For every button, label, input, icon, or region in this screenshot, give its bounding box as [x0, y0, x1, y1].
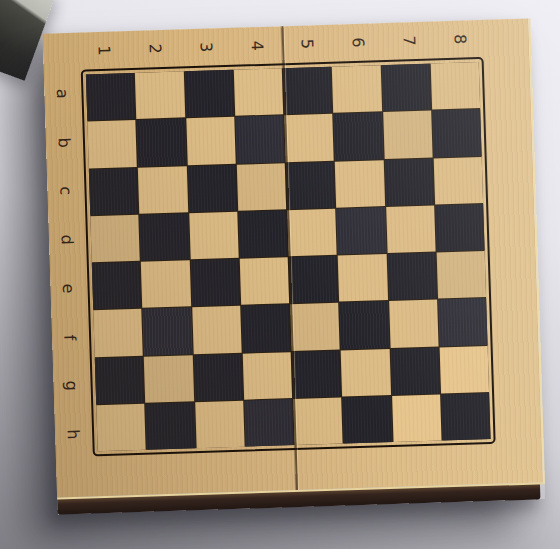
square-f8: [438, 298, 488, 346]
square-b6: [333, 112, 383, 160]
square-b8: [432, 109, 482, 157]
square-d2: [140, 213, 190, 261]
rank-label-2: 2: [130, 38, 181, 59]
square-c1: [89, 167, 139, 215]
chessboard-face: 12345678 abcdefgh: [43, 18, 545, 499]
square-d7: [386, 205, 436, 253]
square-d4: [238, 210, 288, 258]
square-b3: [186, 117, 236, 165]
square-h4: [244, 399, 294, 447]
rank-label-text: 1: [95, 44, 114, 55]
square-h7: [392, 394, 442, 442]
file-label-d: d: [48, 215, 86, 265]
square-g3: [193, 353, 243, 401]
square-c7: [384, 158, 434, 206]
file-label-text: g: [62, 381, 81, 392]
rank-label-7: 7: [383, 30, 434, 51]
chessboard: 12345678 abcdefgh: [43, 18, 546, 514]
rank-label-text: 4: [247, 40, 266, 51]
square-h1: [96, 404, 146, 452]
square-h2: [145, 402, 195, 450]
square-a1: [86, 73, 136, 121]
rank-label-4: 4: [231, 35, 282, 56]
square-c3: [187, 164, 237, 212]
square-a8: [430, 62, 480, 110]
square-f6: [339, 301, 389, 349]
square-g1: [95, 356, 145, 404]
rank-label-text: 5: [298, 38, 317, 49]
file-label-a: a: [44, 69, 82, 119]
file-label-h: h: [54, 410, 92, 460]
square-c6: [335, 160, 385, 208]
square-d6: [336, 207, 386, 255]
square-c5: [286, 161, 336, 209]
square-f2: [143, 308, 193, 356]
square-g7: [390, 347, 440, 395]
square-h5: [293, 397, 343, 445]
file-label-text: b: [54, 137, 73, 148]
square-g4: [242, 352, 292, 400]
square-e8: [436, 251, 486, 299]
square-h3: [195, 400, 245, 448]
square-d8: [435, 204, 485, 252]
square-f4: [241, 304, 291, 352]
square-a6: [332, 65, 382, 113]
square-b2: [137, 119, 187, 167]
square-g8: [439, 345, 489, 393]
square-c4: [237, 163, 287, 211]
square-f7: [389, 300, 439, 348]
square-e2: [141, 260, 191, 308]
square-d1: [90, 215, 140, 263]
square-a5: [283, 67, 333, 115]
file-label-e: e: [50, 264, 88, 314]
square-f5: [290, 303, 340, 351]
square-e7: [387, 253, 437, 301]
rank-label-text: 6: [348, 36, 367, 47]
rank-label-8: 8: [434, 28, 485, 49]
square-h8: [441, 393, 491, 441]
square-c8: [433, 157, 483, 205]
square-f1: [93, 309, 143, 357]
file-label-text: a: [53, 88, 72, 98]
rank-label-text: 8: [450, 33, 469, 44]
square-b4: [235, 116, 285, 164]
file-label-f: f: [51, 312, 89, 362]
rank-label-6: 6: [332, 32, 383, 53]
square-a7: [381, 64, 431, 112]
square-a4: [234, 68, 284, 116]
square-b5: [284, 114, 334, 162]
square-e5: [289, 256, 339, 304]
rank-label-5: 5: [282, 33, 333, 54]
file-label-text: c: [56, 186, 75, 195]
rank-label-text: 7: [399, 35, 418, 46]
square-g2: [144, 355, 194, 403]
square-f3: [192, 306, 242, 354]
square-a2: [135, 71, 185, 119]
square-e3: [190, 259, 240, 307]
square-d3: [189, 212, 239, 260]
square-c2: [138, 166, 188, 214]
square-e4: [239, 257, 289, 305]
square-g6: [341, 349, 391, 397]
file-label-text: d: [57, 234, 76, 245]
file-label-text: h: [64, 429, 83, 440]
file-label-b: b: [45, 117, 83, 167]
square-a3: [184, 70, 234, 118]
square-h6: [342, 396, 392, 444]
square-e1: [92, 262, 142, 310]
file-label-text: f: [61, 334, 80, 340]
file-label-text: e: [59, 283, 78, 293]
square-b7: [383, 111, 433, 159]
file-label-g: g: [53, 361, 91, 411]
square-g5: [292, 350, 342, 398]
file-label-c: c: [47, 166, 85, 216]
square-e6: [338, 254, 388, 302]
rank-label-text: 3: [196, 41, 215, 52]
square-b1: [87, 120, 137, 168]
square-d5: [287, 208, 337, 256]
rank-label-text: 2: [146, 43, 165, 54]
rank-label-3: 3: [180, 36, 231, 57]
rank-label-1: 1: [79, 40, 130, 61]
